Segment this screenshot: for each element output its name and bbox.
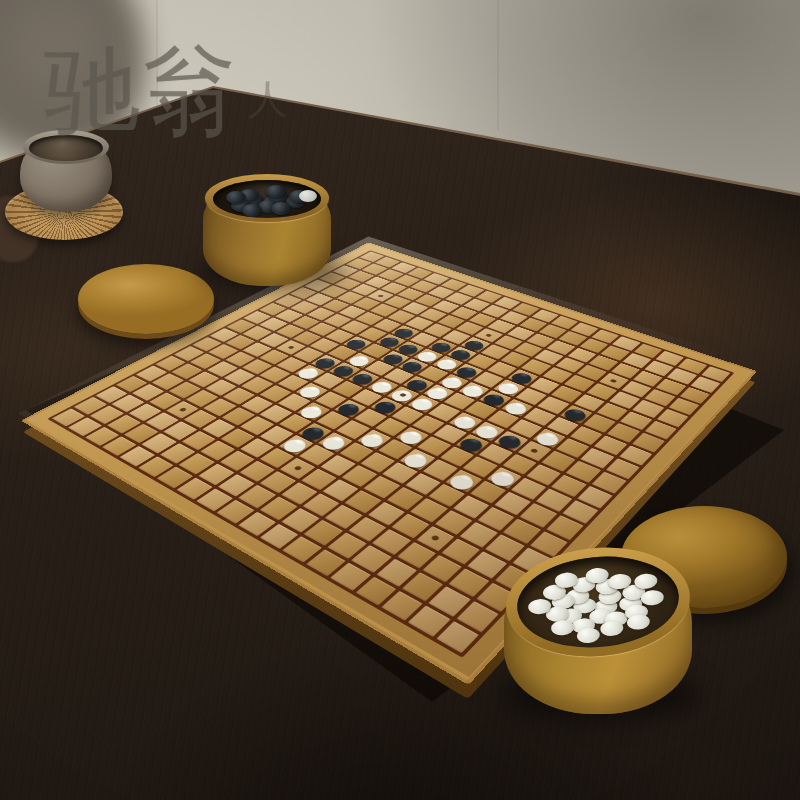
captured-white-stone	[551, 619, 575, 636]
board-cell	[339, 442, 374, 463]
watermark-text: 驰翁	[44, 42, 240, 143]
bowl-lid-left	[78, 264, 214, 334]
white-stones-bowl	[496, 540, 702, 726]
board-cell	[644, 421, 677, 440]
stray-light-stone	[299, 190, 317, 202]
board-cell	[116, 376, 148, 393]
board-cell	[679, 387, 710, 404]
wall-seam	[497, 0, 499, 130]
captured-white-stone	[627, 614, 651, 631]
captured-white-stone	[600, 620, 624, 637]
photo-scene: ●●●●●●●●●●●●●●●●●●●●●●●●●●●●●●●●●●●●●●●●…	[0, 0, 800, 800]
captured-white-stone	[641, 589, 665, 606]
board-cell: ●	[423, 384, 455, 401]
board-cell	[701, 366, 731, 382]
board-cell: ●	[480, 390, 512, 408]
board-cell	[52, 408, 86, 427]
black-stones-heap	[213, 180, 321, 218]
captured-black-stone	[226, 191, 246, 204]
watermark-extra-mark: 人	[248, 72, 288, 127]
board-cell	[564, 375, 595, 392]
board-cell: ●	[387, 386, 419, 403]
captured-white-stone	[576, 627, 600, 644]
captured-black-stone	[271, 202, 291, 215]
board-cell	[382, 462, 418, 484]
black-stones-bowl	[196, 166, 346, 296]
captured-black-stone	[242, 204, 262, 217]
board-cell	[220, 428, 255, 448]
